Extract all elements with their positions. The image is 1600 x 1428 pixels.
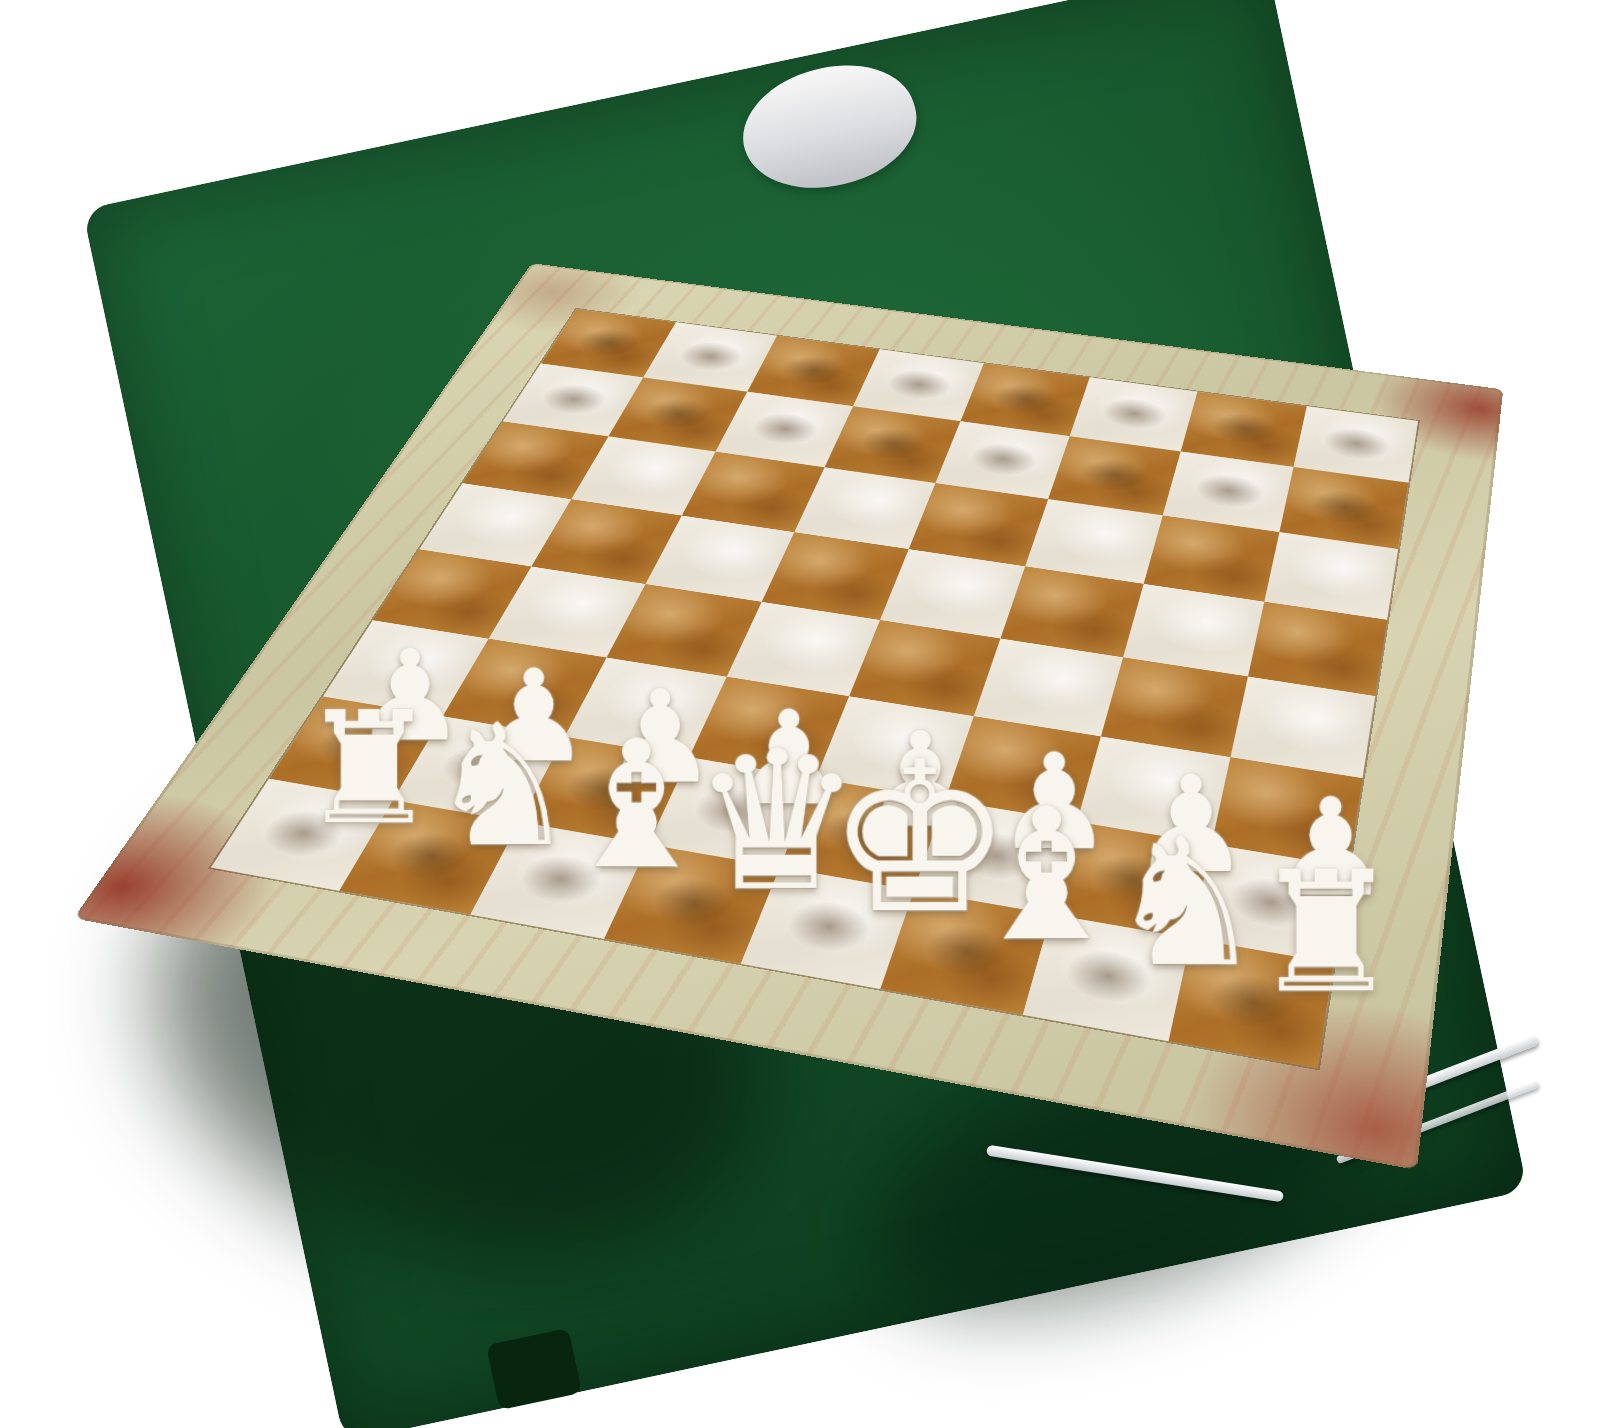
- square-a1: ♜: [211, 779, 393, 891]
- square-f6: [1025, 499, 1163, 584]
- square-e5: [880, 549, 1025, 638]
- product-photo: ♜♞♝♛♚♝♞♜♟♟♟♟♟♟♟♟♟♟♟♟♟♟♟♟♜♞♝♛♚♝♞♜: [0, 0, 1600, 1428]
- square-h5: [1248, 602, 1387, 696]
